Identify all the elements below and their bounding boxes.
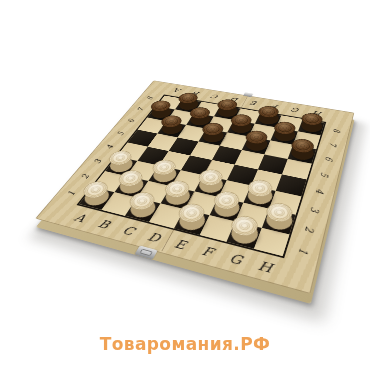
checkers-board: ABCDEFGH ABCDEFGH 87654321 87654321 (35, 80, 354, 293)
checker-brown-d6 (200, 129, 227, 145)
checker-white-h2 (263, 210, 294, 234)
rank-label-right-2: 2 (292, 215, 327, 244)
rank-label-right-5: 5 (309, 163, 339, 186)
square-g6 (264, 141, 293, 159)
rank-label-right-1: 1 (285, 235, 321, 267)
product-photo: ABCDEFGH ABCDEFGH 87654321 87654321 Това… (0, 0, 370, 370)
rank-label-right-6: 6 (314, 149, 343, 170)
watermark-text: Товаромания.РФ (0, 334, 370, 354)
checker-white-e1 (175, 210, 208, 234)
square-a1 (79, 187, 114, 210)
playing-grid (76, 95, 326, 259)
checker-white-c1 (126, 199, 159, 222)
square-h5 (282, 159, 312, 179)
square-e1 (174, 209, 210, 235)
rank-label-right-4: 4 (304, 179, 336, 204)
board-face: ABCDEFGH ABCDEFGH 87654321 87654321 (35, 80, 354, 293)
rank-label-right-3: 3 (298, 197, 331, 224)
checker-brown-h6 (289, 145, 316, 163)
checker-white-g1 (228, 222, 261, 247)
